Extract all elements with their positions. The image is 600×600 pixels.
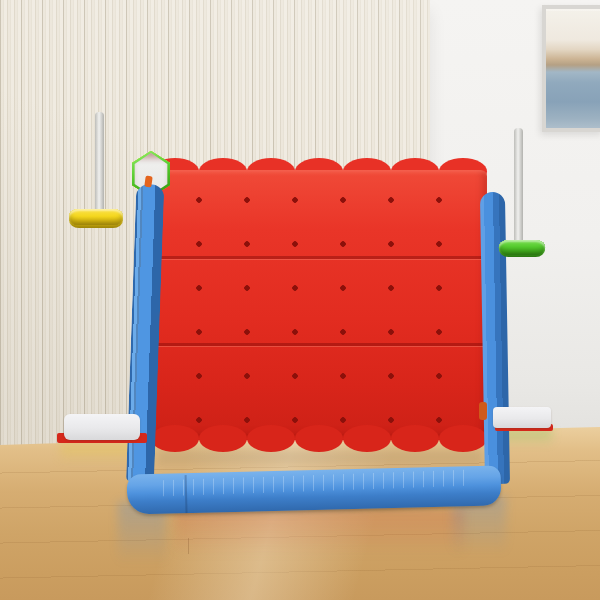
picture-frame xyxy=(542,5,600,132)
connect-four-board xyxy=(151,158,487,452)
left-tray-white-base xyxy=(64,414,140,440)
photo-giant-connect-four-scene xyxy=(0,0,600,600)
board-scallop-bottom xyxy=(439,425,487,452)
board-scallop-bottom xyxy=(343,425,391,452)
spare-green-disc xyxy=(499,240,545,255)
board-scallop-bottom xyxy=(295,425,343,452)
floor-reflection-red xyxy=(175,510,465,556)
board-scallop-bottom xyxy=(391,425,439,452)
left-stack-pole xyxy=(95,112,104,216)
right-tray-white-base xyxy=(493,407,551,428)
board-scallop-bottom xyxy=(151,425,199,452)
board-scallop-bottom xyxy=(247,425,295,452)
orange-clip-right xyxy=(479,402,487,420)
board-holes-grid xyxy=(151,174,487,438)
base-ruler-ticks xyxy=(163,469,473,496)
coastal-painting xyxy=(546,9,600,128)
right-stack-pole xyxy=(514,128,523,246)
spare-yellow-disc xyxy=(69,209,123,225)
frame-right-leg xyxy=(480,192,510,484)
board-scallop-bottom xyxy=(199,425,247,452)
